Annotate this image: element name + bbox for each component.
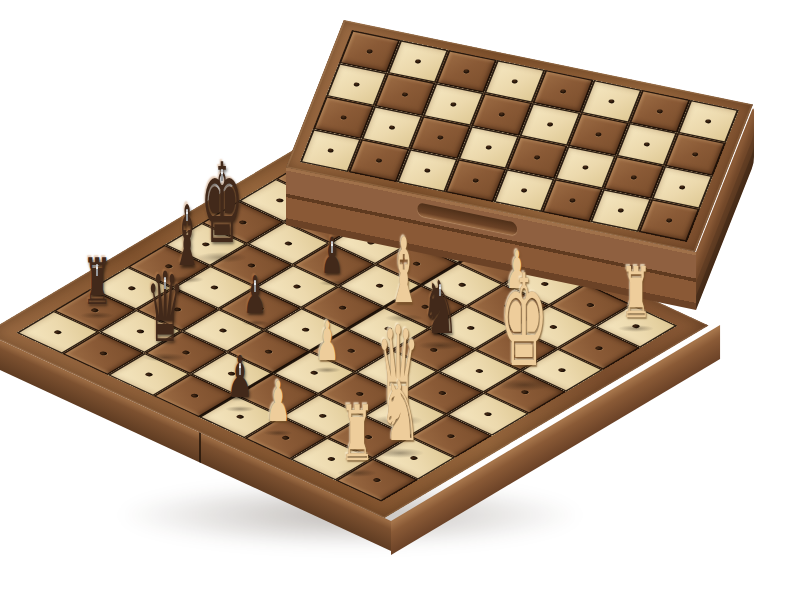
white-rook-glyph: ♜ xyxy=(621,257,651,327)
marker-pin xyxy=(96,266,98,276)
peg-hole xyxy=(127,286,137,291)
marker-pin xyxy=(439,286,441,296)
peg-hole xyxy=(375,283,385,288)
peg-hole xyxy=(594,346,604,351)
board-fold-seam-edge xyxy=(199,432,201,463)
peg-hole xyxy=(569,198,576,203)
peg-hole xyxy=(326,456,336,461)
white-knight-glyph: ♞ xyxy=(379,370,420,453)
marker-pin xyxy=(331,243,333,253)
peg-hole xyxy=(301,327,311,332)
peg-hole xyxy=(582,165,589,170)
peg-hole xyxy=(283,241,293,246)
peg-hole xyxy=(472,178,479,183)
peg-hole xyxy=(498,112,505,117)
peg-hole xyxy=(53,330,63,335)
peg-hole xyxy=(617,208,624,213)
peg-hole xyxy=(98,351,108,356)
peg-hole xyxy=(483,412,493,417)
peg-hole xyxy=(511,79,518,84)
peg-hole xyxy=(327,148,334,153)
peg-hole xyxy=(144,372,154,377)
white-pawn-glyph: ♟ xyxy=(265,375,290,431)
peg-hole xyxy=(209,285,219,290)
peg-hole xyxy=(437,135,444,140)
peg-hole xyxy=(190,393,200,398)
black-rook-glyph: ♜ xyxy=(83,250,112,314)
peg-hole xyxy=(340,115,347,120)
peg-hole xyxy=(275,198,285,203)
white-pawn-glyph: ♟ xyxy=(315,314,339,368)
peg-hole xyxy=(692,152,699,157)
peg-hole xyxy=(595,132,602,137)
peg-hole xyxy=(437,390,447,395)
peg-hole xyxy=(318,413,328,418)
peg-hole xyxy=(474,368,484,373)
black-pawn-glyph: ♟ xyxy=(243,269,266,321)
peg-hole xyxy=(466,325,476,330)
black-king-glyph: ♚ xyxy=(200,148,243,258)
peg-hole xyxy=(450,102,457,107)
peg-hole xyxy=(656,109,663,114)
peg-hole xyxy=(705,119,712,124)
peg-hole xyxy=(424,168,431,173)
peg-hole xyxy=(264,349,274,354)
peg-hole xyxy=(534,155,541,160)
peg-hole xyxy=(375,158,382,163)
marker-pin xyxy=(221,171,223,181)
white-king-glyph: ♚ xyxy=(500,259,548,386)
peg-hole xyxy=(608,99,615,104)
marker-pin xyxy=(186,211,188,221)
marker-pin xyxy=(164,279,166,289)
peg-hole xyxy=(218,328,228,333)
peg-hole xyxy=(548,324,558,329)
peg-hole xyxy=(414,59,421,64)
peg-hole xyxy=(485,145,492,150)
peg-hole xyxy=(560,89,567,94)
peg-hole xyxy=(557,368,567,373)
black-knight-glyph: ♞ xyxy=(421,272,459,346)
peg-hole xyxy=(281,435,291,440)
peg-hole xyxy=(446,433,456,438)
peg-hole xyxy=(643,142,650,147)
marker-pin xyxy=(254,282,256,292)
peg-hole xyxy=(547,122,554,127)
peg-hole xyxy=(388,125,395,130)
peg-hole xyxy=(463,69,470,74)
peg-hole xyxy=(135,329,145,334)
white-rook-glyph: ♜ xyxy=(340,396,374,472)
peg-hole xyxy=(521,188,528,193)
product-photo-chess-set: ♜♝♚♛♟♟♟♞♝♟♜♚♛♟♞♜♟ xyxy=(0,0,800,600)
peg-hole xyxy=(235,414,245,419)
black-queen-glyph: ♛ xyxy=(146,260,184,357)
marker-pin xyxy=(239,365,241,375)
peg-hole xyxy=(346,348,356,353)
peg-hole xyxy=(401,92,408,97)
peg-hole xyxy=(372,477,382,482)
peg-hole xyxy=(585,302,595,307)
peg-hole xyxy=(292,284,302,289)
peg-hole xyxy=(666,218,673,223)
peg-hole xyxy=(366,49,373,54)
black-pawn-glyph: ♟ xyxy=(227,349,253,407)
peg-hole xyxy=(679,185,686,190)
peg-hole xyxy=(338,305,348,310)
peg-hole xyxy=(630,175,637,180)
peg-hole xyxy=(353,82,360,87)
black-pawn-glyph: ♟ xyxy=(321,231,343,281)
